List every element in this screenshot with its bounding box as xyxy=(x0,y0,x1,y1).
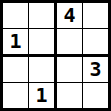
cell-r2c2[interactable] xyxy=(29,29,57,57)
given-digit: 1 xyxy=(35,85,47,105)
cell-r3c1[interactable] xyxy=(3,57,29,83)
cell-r3c4: 3 xyxy=(83,57,108,83)
cell-r2c4[interactable] xyxy=(83,29,108,57)
cell-r3c3[interactable] xyxy=(57,57,83,83)
cell-r1c4[interactable] xyxy=(83,3,108,29)
cell-r1c3: 4 xyxy=(57,3,83,29)
sudoku-board: 4131 xyxy=(0,0,111,111)
given-digit: 1 xyxy=(9,31,21,51)
cell-r2c1: 1 xyxy=(3,29,29,57)
given-digit: 4 xyxy=(63,5,75,25)
cell-r4c2: 1 xyxy=(29,83,57,108)
cell-r2c3[interactable] xyxy=(57,29,83,57)
given-digit: 3 xyxy=(89,59,101,79)
cell-r4c3[interactable] xyxy=(57,83,83,108)
cell-r1c2[interactable] xyxy=(29,3,57,29)
cell-r3c2[interactable] xyxy=(29,57,57,83)
cell-r1c1[interactable] xyxy=(3,3,29,29)
cell-r4c4[interactable] xyxy=(83,83,108,108)
cell-r4c1[interactable] xyxy=(3,83,29,108)
